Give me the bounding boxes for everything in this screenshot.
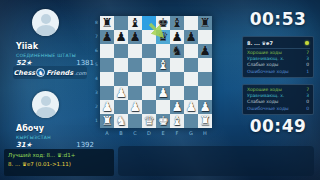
chess-board-area: 87654321 ♜♝♚♝♜♟♟♟♛♟♟♞♟♝♟♟♟♟♟♟♟♜♞♛♚♝♜ ABC… (100, 16, 212, 128)
square-f1[interactable]: ♝ (170, 114, 184, 128)
square-d5[interactable] (142, 58, 156, 72)
square-d8[interactable] (142, 16, 156, 30)
stat-label: Ошибочные ходы (247, 106, 289, 112)
rank-label-8: 8 (94, 16, 99, 30)
logo-text-friends: Friends (46, 69, 73, 77)
piece-white-rook: ♜ (198, 114, 212, 128)
square-c3[interactable] (128, 86, 142, 100)
piece-white-pawn: ♟ (170, 100, 184, 114)
square-e2[interactable] (156, 100, 170, 114)
analysis-panel: Лучший ход: 8... ♛:d1+ 8. ... ♛e7 (0.01-… (4, 149, 114, 176)
square-g5[interactable] (184, 58, 198, 72)
file-label-c: C (128, 130, 142, 136)
player-country-top: СОЕДИНЕННЫЕ ШТАТЫ (16, 53, 76, 58)
square-e8[interactable]: ♚ (156, 16, 170, 30)
square-b3[interactable]: ♟ (114, 86, 128, 100)
bottom-decorative-panel (118, 146, 314, 176)
square-f6[interactable]: ♞ (170, 44, 184, 58)
square-g2[interactable]: ♟ (184, 100, 198, 114)
played-move-eval-text: 8. ... ♛e7 (0.01->1.11) (8, 161, 110, 167)
rank-label-1: 1 (94, 114, 99, 128)
piece-white-pawn: ♟ (184, 100, 198, 114)
player-country-bottom: КЫРГЫЗСТАН (16, 135, 51, 140)
square-f2[interactable]: ♟ (170, 100, 184, 114)
player-card-bottom: Абочу КЫРГЫЗСТАН 31★ 1392 (10, 91, 98, 149)
rank-label-4: 4 (94, 72, 99, 86)
player-name-bottom[interactable]: Абочу (16, 124, 44, 133)
square-e1[interactable]: ♚ (156, 114, 170, 128)
square-g6[interactable] (184, 44, 198, 58)
square-c8[interactable]: ♝ (128, 16, 142, 30)
piece-black-pawn: ♟ (128, 30, 142, 44)
stats-header-top: 8. ... ♛e7 (246, 39, 310, 49)
square-f4[interactable] (170, 72, 184, 86)
stat-row-mistakes: Ошибочные ходы 0 (246, 106, 310, 112)
avatar-top-player[interactable] (32, 9, 59, 36)
game-window: Yiiak СОЕДИНЕННЫЕ ШТАТЫ 52★ 1381 Chess ♞… (0, 0, 320, 180)
square-c6[interactable] (128, 44, 142, 58)
square-d7[interactable] (142, 30, 156, 44)
square-a4[interactable] (100, 72, 114, 86)
piece-black-king: ♚ (156, 16, 170, 30)
stats-box-top: 8. ... ♛e7 Хорошие ходы 7 Уравнивающ. х.… (242, 36, 314, 78)
piece-white-queen: ♛ (142, 114, 156, 128)
square-a2[interactable]: ♟ (100, 100, 114, 114)
best-move-text: Лучший ход: 8... ♛:d1+ (8, 152, 110, 158)
file-label-g: G (184, 130, 198, 136)
stat-value: 0 (306, 106, 309, 112)
move-quality-dot-icon (305, 41, 309, 45)
chessfriends-logo: Chess ♞ Friends .com (13, 66, 87, 79)
clock-bottom-player: 00:49 (242, 116, 314, 136)
square-a1[interactable]: ♜ (100, 114, 114, 128)
square-a6[interactable] (100, 44, 114, 58)
stat-value: 1 (306, 69, 309, 75)
knight-badge-icon: ♞ (36, 68, 45, 77)
square-c2[interactable]: ♟ (128, 100, 142, 114)
stat-label: Ошибочные ходы (247, 69, 289, 75)
square-g8[interactable] (184, 16, 198, 30)
piece-black-knight: ♞ (170, 44, 184, 58)
square-a8[interactable]: ♜ (100, 16, 114, 30)
piece-white-pawn: ♟ (198, 100, 212, 114)
player-card-top: Yiiak СОЕДИНЕННЫЕ ШТАТЫ 52★ 1381 (10, 9, 98, 67)
square-c5[interactable] (128, 58, 142, 72)
square-d6[interactable] (142, 44, 156, 58)
player-stars-bottom: 31★ (16, 141, 32, 149)
square-e5[interactable]: ♝ (156, 58, 170, 72)
square-b4[interactable] (114, 72, 128, 86)
piece-white-bishop: ♝ (156, 58, 170, 72)
square-b1[interactable]: ♞ (114, 114, 128, 128)
square-b5[interactable] (114, 58, 128, 72)
piece-white-knight: ♞ (114, 114, 128, 128)
square-e4[interactable] (156, 72, 170, 86)
piece-black-pawn: ♟ (100, 30, 114, 44)
logo-text-com: .com (74, 70, 86, 76)
square-f5[interactable] (170, 58, 184, 72)
clock-top-player: 00:53 (242, 9, 314, 29)
logo-text-chess: Chess (14, 69, 36, 77)
piece-black-bishop: ♝ (170, 16, 184, 30)
piece-black-bishop: ♝ (128, 16, 142, 30)
square-h3[interactable] (198, 86, 212, 100)
rank-label-5: 5 (94, 58, 99, 72)
square-e6[interactable] (156, 44, 170, 58)
chess-board[interactable]: ♜♝♚♝♜♟♟♟♛♟♟♞♟♝♟♟♟♟♟♟♟♜♞♛♚♝♜ (100, 16, 212, 128)
square-b6[interactable] (114, 44, 128, 58)
piece-black-rook: ♜ (198, 16, 212, 30)
piece-black-rook: ♜ (100, 16, 114, 30)
piece-white-rook: ♜ (100, 114, 114, 128)
file-coordinates: ABCDEFGH (100, 130, 212, 136)
piece-black-pawn: ♟ (198, 44, 212, 58)
square-d2[interactable] (142, 100, 156, 114)
last-move-label: 8. ... ♛e7 (247, 40, 273, 46)
piece-black-pawn: ♟ (184, 30, 198, 44)
piece-black-queen: ♛ (156, 30, 170, 44)
piece-white-pawn: ♟ (128, 100, 142, 114)
file-label-d: D (142, 130, 156, 136)
square-g7[interactable]: ♟ (184, 30, 198, 44)
file-label-e: E (156, 130, 170, 136)
square-c7[interactable]: ♟ (128, 30, 142, 44)
rank-label-3: 3 (94, 86, 99, 100)
square-c4[interactable] (128, 72, 142, 86)
square-h2[interactable]: ♟ (198, 100, 212, 114)
file-label-a: A (100, 130, 114, 136)
square-h4[interactable] (198, 72, 212, 86)
square-h5[interactable] (198, 58, 212, 72)
piece-white-pawn: ♟ (156, 86, 170, 100)
stats-box-bottom: Хорошие ходы 7 Уравнивающ. х. 3 Слабые х… (242, 84, 314, 115)
square-f3[interactable] (170, 86, 184, 100)
square-d4[interactable] (142, 72, 156, 86)
square-a3[interactable] (100, 86, 114, 100)
piece-black-pawn: ♟ (114, 30, 128, 44)
square-c1[interactable] (128, 114, 142, 128)
square-g4[interactable] (184, 72, 198, 86)
square-e7[interactable]: ♛ (156, 30, 170, 44)
square-d3[interactable] (142, 86, 156, 100)
stat-row-mistakes: Ошибочные ходы 1 (246, 69, 310, 75)
square-h6[interactable]: ♟ (198, 44, 212, 58)
square-h8[interactable]: ♜ (198, 16, 212, 30)
rank-label-6: 6 (94, 44, 99, 58)
file-label-h: H (198, 130, 212, 136)
player-name-top[interactable]: Yiiak (16, 42, 38, 51)
square-b2[interactable] (114, 100, 128, 114)
file-label-b: B (114, 130, 128, 136)
square-g1[interactable] (184, 114, 198, 128)
square-g3[interactable] (184, 86, 198, 100)
square-a7[interactable]: ♟ (100, 30, 114, 44)
piece-white-pawn: ♟ (100, 100, 114, 114)
square-a5[interactable] (100, 58, 114, 72)
piece-white-king: ♚ (156, 114, 170, 128)
square-b8[interactable] (114, 16, 128, 30)
player-rating-bottom: 1392 (76, 141, 94, 149)
square-b7[interactable]: ♟ (114, 30, 128, 44)
square-d1[interactable]: ♛ (142, 114, 156, 128)
square-h7[interactable] (198, 30, 212, 44)
square-f7[interactable]: ♟ (170, 30, 184, 44)
file-label-f: F (170, 130, 184, 136)
square-h1[interactable]: ♜ (198, 114, 212, 128)
rank-label-2: 2 (94, 100, 99, 114)
piece-black-pawn: ♟ (170, 30, 184, 44)
piece-white-pawn: ♟ (114, 86, 128, 100)
square-e3[interactable]: ♟ (156, 86, 170, 100)
avatar-bottom-player[interactable] (32, 91, 59, 118)
rank-label-7: 7 (94, 30, 99, 44)
square-f8[interactable]: ♝ (170, 16, 184, 30)
rank-coordinates: 87654321 (94, 16, 99, 128)
piece-white-bishop: ♝ (170, 114, 184, 128)
